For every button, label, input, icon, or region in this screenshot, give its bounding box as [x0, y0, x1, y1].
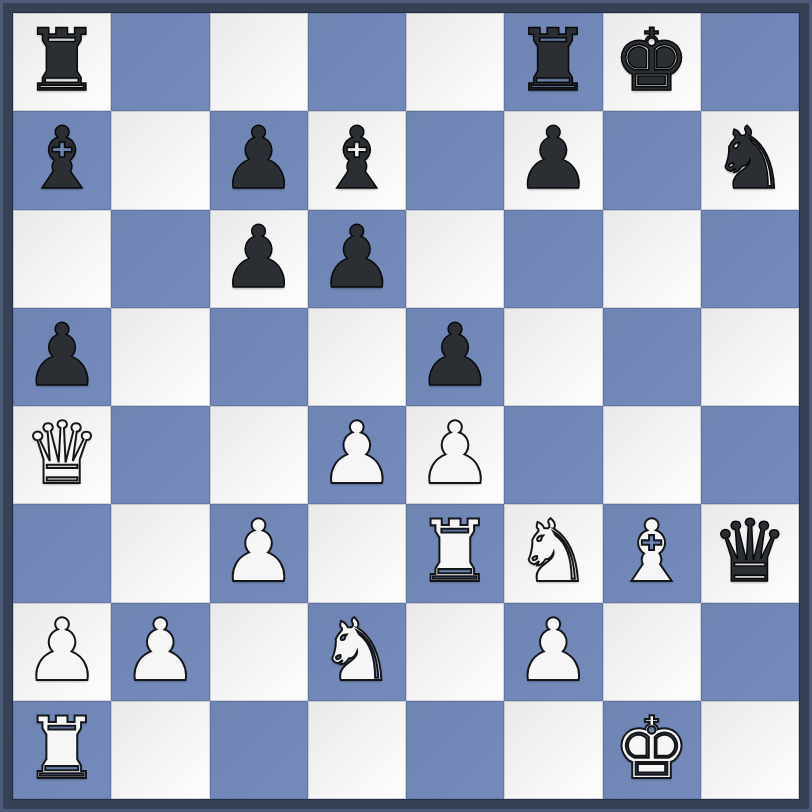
- piece-black-bishop[interactable]: ♝: [318, 115, 395, 201]
- square-e2[interactable]: [406, 603, 504, 701]
- square-d5[interactable]: [308, 308, 406, 406]
- square-d6[interactable]: ♟: [308, 210, 406, 308]
- square-f1[interactable]: [504, 701, 602, 799]
- square-f4[interactable]: [504, 406, 602, 504]
- square-b5[interactable]: [111, 308, 209, 406]
- square-g2[interactable]: [603, 603, 701, 701]
- square-a1[interactable]: ♜: [13, 701, 111, 799]
- piece-white-pawn[interactable]: ♟: [318, 410, 395, 496]
- square-d2[interactable]: ♞: [308, 603, 406, 701]
- chess-board: ♜♜♚♝♟♝♟♞♟♟♟♟♛♟♟♟♜♞♝♛♟♟♞♟♜♚: [13, 13, 799, 799]
- square-h3[interactable]: ♛: [701, 504, 799, 602]
- square-g6[interactable]: [603, 210, 701, 308]
- square-d4[interactable]: ♟: [308, 406, 406, 504]
- square-f5[interactable]: [504, 308, 602, 406]
- square-f8[interactable]: ♜: [504, 13, 602, 111]
- square-e4[interactable]: ♟: [406, 406, 504, 504]
- square-g5[interactable]: [603, 308, 701, 406]
- square-e1[interactable]: [406, 701, 504, 799]
- piece-white-pawn[interactable]: ♟: [122, 607, 199, 693]
- piece-white-king[interactable]: ♚: [613, 705, 690, 791]
- square-a7[interactable]: ♝: [13, 111, 111, 209]
- piece-black-pawn[interactable]: ♟: [318, 214, 395, 300]
- piece-white-pawn[interactable]: ♟: [24, 607, 101, 693]
- square-h7[interactable]: ♞: [701, 111, 799, 209]
- piece-white-knight[interactable]: ♞: [515, 508, 592, 594]
- piece-white-pawn[interactable]: ♟: [515, 607, 592, 693]
- square-b8[interactable]: [111, 13, 209, 111]
- square-g3[interactable]: ♝: [603, 504, 701, 602]
- square-e5[interactable]: ♟: [406, 308, 504, 406]
- piece-white-bishop[interactable]: ♝: [613, 508, 690, 594]
- square-b7[interactable]: [111, 111, 209, 209]
- square-c1[interactable]: [210, 701, 308, 799]
- square-c2[interactable]: [210, 603, 308, 701]
- piece-black-pawn[interactable]: ♟: [24, 312, 101, 398]
- piece-white-pawn[interactable]: ♟: [220, 508, 297, 594]
- square-d1[interactable]: [308, 701, 406, 799]
- square-c8[interactable]: [210, 13, 308, 111]
- square-g4[interactable]: [603, 406, 701, 504]
- square-f3[interactable]: ♞: [504, 504, 602, 602]
- square-e8[interactable]: [406, 13, 504, 111]
- piece-white-queen[interactable]: ♛: [24, 410, 101, 496]
- square-e3[interactable]: ♜: [406, 504, 504, 602]
- square-c5[interactable]: [210, 308, 308, 406]
- square-c6[interactable]: ♟: [210, 210, 308, 308]
- square-h5[interactable]: [701, 308, 799, 406]
- piece-white-pawn[interactable]: ♟: [417, 410, 494, 496]
- piece-black-rook[interactable]: ♜: [515, 17, 592, 103]
- square-a3[interactable]: [13, 504, 111, 602]
- square-h6[interactable]: [701, 210, 799, 308]
- piece-black-king[interactable]: ♚: [613, 17, 690, 103]
- square-g7[interactable]: [603, 111, 701, 209]
- square-a2[interactable]: ♟: [13, 603, 111, 701]
- square-h2[interactable]: [701, 603, 799, 701]
- square-a8[interactable]: ♜: [13, 13, 111, 111]
- piece-black-pawn[interactable]: ♟: [417, 312, 494, 398]
- square-e7[interactable]: [406, 111, 504, 209]
- board-frame: ♜♜♚♝♟♝♟♞♟♟♟♟♛♟♟♟♜♞♝♛♟♟♞♟♜♚: [0, 0, 812, 812]
- square-a5[interactable]: ♟: [13, 308, 111, 406]
- square-b6[interactable]: [111, 210, 209, 308]
- piece-black-pawn[interactable]: ♟: [515, 115, 592, 201]
- square-d7[interactable]: ♝: [308, 111, 406, 209]
- piece-black-pawn[interactable]: ♟: [220, 115, 297, 201]
- piece-black-pawn[interactable]: ♟: [220, 214, 297, 300]
- square-f6[interactable]: [504, 210, 602, 308]
- square-b2[interactable]: ♟: [111, 603, 209, 701]
- piece-black-knight[interactable]: ♞: [711, 115, 788, 201]
- square-f2[interactable]: ♟: [504, 603, 602, 701]
- square-f7[interactable]: ♟: [504, 111, 602, 209]
- piece-black-rook[interactable]: ♜: [24, 17, 101, 103]
- square-a4[interactable]: ♛: [13, 406, 111, 504]
- piece-white-rook[interactable]: ♜: [24, 705, 101, 791]
- square-h1[interactable]: [701, 701, 799, 799]
- square-h8[interactable]: [701, 13, 799, 111]
- square-e6[interactable]: [406, 210, 504, 308]
- square-c3[interactable]: ♟: [210, 504, 308, 602]
- square-d3[interactable]: [308, 504, 406, 602]
- piece-white-rook[interactable]: ♜: [417, 508, 494, 594]
- piece-black-bishop[interactable]: ♝: [24, 115, 101, 201]
- piece-white-knight[interactable]: ♞: [318, 607, 395, 693]
- square-b1[interactable]: [111, 701, 209, 799]
- square-a6[interactable]: [13, 210, 111, 308]
- piece-black-queen[interactable]: ♛: [711, 508, 788, 594]
- square-c7[interactable]: ♟: [210, 111, 308, 209]
- square-d8[interactable]: [308, 13, 406, 111]
- square-b4[interactable]: [111, 406, 209, 504]
- square-g8[interactable]: ♚: [603, 13, 701, 111]
- square-b3[interactable]: [111, 504, 209, 602]
- square-c4[interactable]: [210, 406, 308, 504]
- square-h4[interactable]: [701, 406, 799, 504]
- square-g1[interactable]: ♚: [603, 701, 701, 799]
